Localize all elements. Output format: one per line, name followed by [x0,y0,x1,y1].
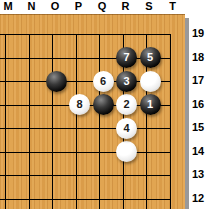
go-board-app: MNOPQRST 1918171615141312 12345678 [0,0,212,209]
grid-line-horizontal [0,152,171,153]
grid-line-vertical [99,34,100,209]
grid-line-horizontal [0,199,171,200]
grid-line-vertical [170,34,171,209]
move-number: 7 [123,52,129,63]
row-label-17: 17 [192,73,204,87]
grid-line-vertical [29,34,30,209]
row-label-12: 12 [192,191,204,205]
row-label-15: 15 [192,120,204,134]
stone-white-P16: 8 [69,94,90,115]
grid-line-horizontal [0,175,171,176]
row-label-13: 13 [192,167,204,181]
column-label-T: T [169,0,176,13]
grid-line-horizontal [0,128,171,129]
column-label-R: R [122,0,130,13]
move-number: 8 [76,99,82,110]
go-board[interactable]: 12345678 [0,14,185,209]
stone-white-R14 [116,141,137,162]
move-number: 5 [147,52,153,63]
column-label-N: N [28,0,36,13]
stone-black-S16: 1 [140,94,161,115]
stone-black-R17: 3 [116,71,137,92]
stone-white-R16: 2 [116,94,137,115]
grid-line-vertical [76,34,77,209]
column-label-P: P [75,0,82,13]
move-number: 6 [100,76,106,87]
board-shadow [185,18,189,209]
stone-white-Q17: 6 [93,71,114,92]
column-label-Q: Q [98,0,107,13]
stone-black-S18: 5 [140,47,161,68]
column-label-O: O [51,0,60,13]
move-number: 3 [123,76,129,87]
column-label-S: S [145,0,152,13]
stone-black-R18: 7 [116,47,137,68]
stone-black-O17 [46,71,67,92]
grid-line-vertical [52,34,53,209]
row-label-16: 16 [192,97,204,111]
move-number: 1 [147,99,153,110]
row-label-14: 14 [192,144,204,158]
move-number: 2 [123,99,129,110]
move-number: 4 [123,123,129,134]
stone-white-R15: 4 [116,118,137,139]
stone-white-S17 [140,71,161,92]
row-label-18: 18 [192,50,204,64]
row-label-19: 19 [192,26,204,40]
column-label-M: M [3,0,12,13]
grid-line-horizontal [0,34,171,35]
stone-black-Q16 [93,94,114,115]
grid-line-vertical [5,34,6,209]
